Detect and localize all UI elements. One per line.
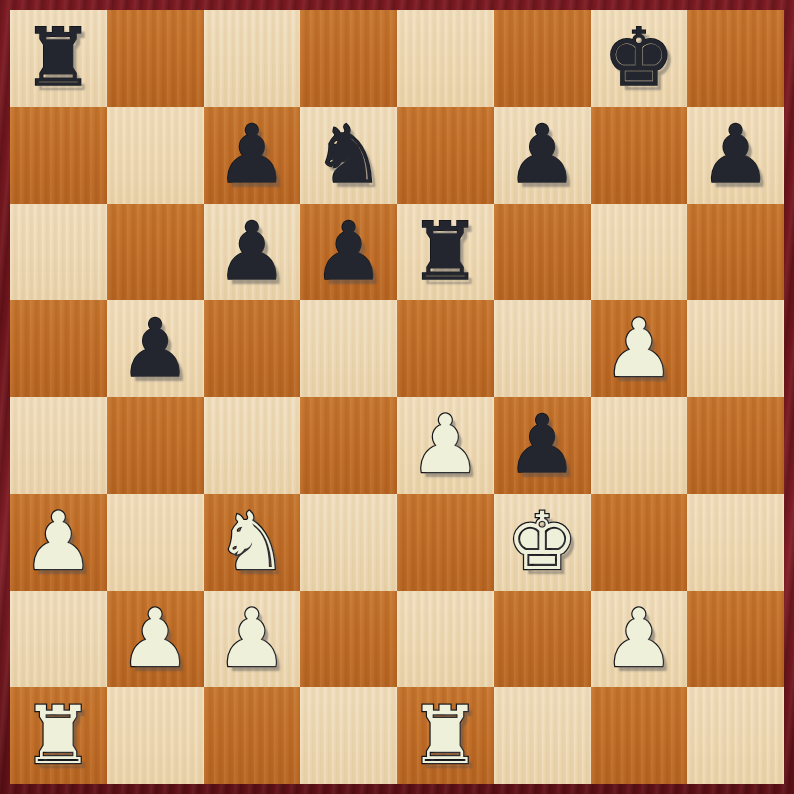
white-king-f3: ♚ [506,502,578,582]
square-h5[interactable] [687,300,784,397]
board-frame: ♜♚♟♞♟♟♟♟♜♟♟♟♟♟♞♚♟♟♟♜♜ [0,0,794,794]
square-h1[interactable] [687,687,784,784]
white-knight-c3: ♞ [216,502,288,582]
black-rook-e6: ♜ [410,212,482,292]
square-d1[interactable] [300,687,397,784]
square-d4[interactable] [300,397,397,494]
square-b6[interactable] [107,204,204,301]
white-pawn-a3: ♟ [23,502,95,582]
square-a6[interactable] [10,204,107,301]
square-f8[interactable] [494,10,591,107]
square-c1[interactable] [204,687,301,784]
square-e7[interactable] [397,107,494,204]
square-f7[interactable]: ♟ [494,107,591,204]
white-pawn-b2: ♟ [119,599,191,679]
black-king-g8: ♚ [603,18,675,98]
square-g1[interactable] [591,687,688,784]
square-c6[interactable]: ♟ [204,204,301,301]
square-h3[interactable] [687,494,784,591]
square-e4[interactable]: ♟ [397,397,494,494]
square-b2[interactable]: ♟ [107,591,204,688]
square-b7[interactable] [107,107,204,204]
black-pawn-f4: ♟ [506,405,578,485]
square-h7[interactable]: ♟ [687,107,784,204]
white-pawn-g2: ♟ [603,599,675,679]
square-h2[interactable] [687,591,784,688]
square-g8[interactable]: ♚ [591,10,688,107]
square-f3[interactable]: ♚ [494,494,591,591]
square-e2[interactable] [397,591,494,688]
square-f1[interactable] [494,687,591,784]
square-e1[interactable]: ♜ [397,687,494,784]
square-a3[interactable]: ♟ [10,494,107,591]
square-c8[interactable] [204,10,301,107]
square-e8[interactable] [397,10,494,107]
square-e5[interactable] [397,300,494,397]
black-pawn-b5: ♟ [119,309,191,389]
white-pawn-c2: ♟ [216,599,288,679]
square-a8[interactable]: ♜ [10,10,107,107]
square-a7[interactable] [10,107,107,204]
square-d7[interactable]: ♞ [300,107,397,204]
square-g5[interactable]: ♟ [591,300,688,397]
black-pawn-c7: ♟ [216,115,288,195]
square-d8[interactable] [300,10,397,107]
square-d3[interactable] [300,494,397,591]
square-h4[interactable] [687,397,784,494]
chess-board: ♜♚♟♞♟♟♟♟♜♟♟♟♟♟♞♚♟♟♟♜♜ [10,10,784,784]
square-g7[interactable] [591,107,688,204]
square-d6[interactable]: ♟ [300,204,397,301]
black-knight-d7: ♞ [313,115,385,195]
white-rook-a1: ♜ [23,696,95,776]
square-g2[interactable]: ♟ [591,591,688,688]
square-e6[interactable]: ♜ [397,204,494,301]
square-f5[interactable] [494,300,591,397]
square-e3[interactable] [397,494,494,591]
square-c4[interactable] [204,397,301,494]
white-rook-e1: ♜ [410,696,482,776]
square-f2[interactable] [494,591,591,688]
square-g3[interactable] [591,494,688,591]
black-pawn-f7: ♟ [506,115,578,195]
square-f6[interactable] [494,204,591,301]
black-pawn-h7: ♟ [700,115,772,195]
black-pawn-c6: ♟ [216,212,288,292]
square-d5[interactable] [300,300,397,397]
square-c2[interactable]: ♟ [204,591,301,688]
square-c5[interactable] [204,300,301,397]
square-h6[interactable] [687,204,784,301]
square-b5[interactable]: ♟ [107,300,204,397]
black-pawn-d6: ♟ [313,212,385,292]
black-rook-a8: ♜ [23,18,95,98]
square-c3[interactable]: ♞ [204,494,301,591]
square-g4[interactable] [591,397,688,494]
square-b1[interactable] [107,687,204,784]
square-h8[interactable] [687,10,784,107]
square-a2[interactable] [10,591,107,688]
square-d2[interactable] [300,591,397,688]
white-pawn-e4: ♟ [410,405,482,485]
square-a5[interactable] [10,300,107,397]
square-b4[interactable] [107,397,204,494]
square-a4[interactable] [10,397,107,494]
square-b8[interactable] [107,10,204,107]
square-a1[interactable]: ♜ [10,687,107,784]
square-g6[interactable] [591,204,688,301]
square-f4[interactable]: ♟ [494,397,591,494]
square-b3[interactable] [107,494,204,591]
white-pawn-g5: ♟ [603,309,675,389]
square-c7[interactable]: ♟ [204,107,301,204]
